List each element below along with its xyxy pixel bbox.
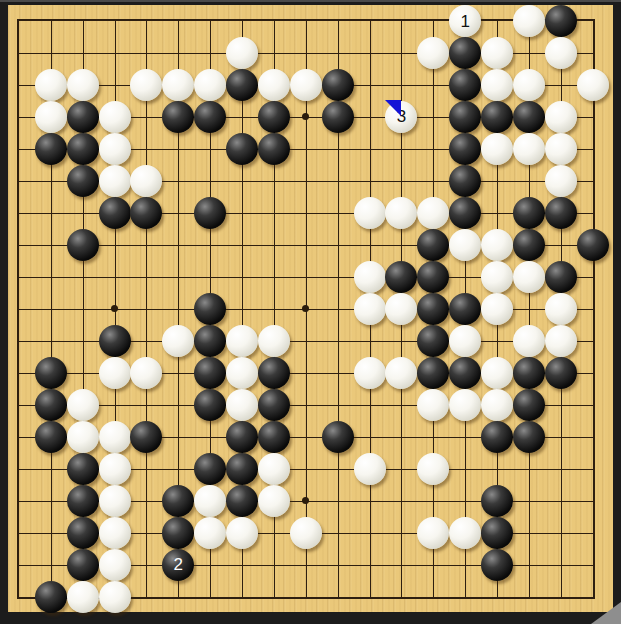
stone-white[interactable] (354, 357, 386, 389)
stone-white[interactable] (290, 69, 322, 101)
stone-white[interactable] (449, 325, 481, 357)
stone-black[interactable] (513, 357, 545, 389)
stone-black[interactable] (35, 389, 67, 421)
stone-black[interactable] (226, 421, 258, 453)
stone-white[interactable] (513, 325, 545, 357)
stone-black[interactable] (417, 293, 449, 325)
stone-black[interactable] (449, 101, 481, 133)
stone-white[interactable] (513, 133, 545, 165)
stone-black[interactable] (226, 133, 258, 165)
stone-black[interactable] (481, 517, 513, 549)
stone-white[interactable] (258, 485, 290, 517)
stone-black[interactable] (67, 101, 99, 133)
stone-black[interactable] (513, 389, 545, 421)
stone-black[interactable] (194, 389, 226, 421)
stone-white[interactable] (513, 69, 545, 101)
stone-black[interactable] (513, 421, 545, 453)
stone-black[interactable] (35, 357, 67, 389)
stone-white[interactable] (577, 69, 609, 101)
stone-black[interactable] (545, 197, 577, 229)
stone-white[interactable] (481, 37, 513, 69)
stone-white[interactable] (481, 133, 513, 165)
stone-white[interactable] (417, 517, 449, 549)
stone-black[interactable] (417, 261, 449, 293)
stone-white[interactable] (545, 101, 577, 133)
stone-black[interactable] (258, 389, 290, 421)
stone-black[interactable] (545, 261, 577, 293)
stone-black[interactable] (67, 165, 99, 197)
stone-black[interactable] (322, 101, 354, 133)
stone-white[interactable] (194, 517, 226, 549)
stone-black[interactable] (545, 357, 577, 389)
stone-black[interactable] (226, 453, 258, 485)
stone-white[interactable] (226, 517, 258, 549)
stone-white[interactable] (99, 485, 131, 517)
stone-black[interactable] (322, 421, 354, 453)
last-move-marker-icon (385, 100, 401, 116)
stone-white[interactable] (67, 421, 99, 453)
stone-black[interactable] (226, 485, 258, 517)
stone-black[interactable] (417, 325, 449, 357)
stone-white[interactable] (99, 357, 131, 389)
stone-white[interactable] (481, 293, 513, 325)
stone-white[interactable] (545, 165, 577, 197)
stone-white[interactable] (513, 261, 545, 293)
stone-white[interactable] (226, 37, 258, 69)
stone-white[interactable] (99, 421, 131, 453)
stone-black[interactable] (449, 133, 481, 165)
stone-black[interactable] (35, 133, 67, 165)
stone-black[interactable] (99, 325, 131, 357)
stone-white[interactable] (258, 325, 290, 357)
stone-black[interactable] (481, 549, 513, 581)
stone-white[interactable] (481, 69, 513, 101)
stone-white[interactable] (258, 453, 290, 485)
stone-white[interactable] (67, 69, 99, 101)
stone-white[interactable] (354, 197, 386, 229)
stone-black[interactable] (481, 485, 513, 517)
stone-black[interactable] (449, 37, 481, 69)
stone-black[interactable] (417, 229, 449, 261)
stone-white[interactable] (226, 325, 258, 357)
stone-white[interactable] (449, 229, 481, 261)
stone-black[interactable] (67, 517, 99, 549)
stone-black[interactable] (513, 101, 545, 133)
stone-white[interactable] (481, 389, 513, 421)
stone-white[interactable] (67, 581, 99, 613)
stone-black[interactable] (513, 197, 545, 229)
stone-white[interactable] (67, 389, 99, 421)
stone-black[interactable] (67, 453, 99, 485)
stone-black[interactable] (194, 197, 226, 229)
stone-white[interactable] (417, 389, 449, 421)
stone-black[interactable] (226, 69, 258, 101)
stone-black[interactable] (35, 421, 67, 453)
stone-black[interactable] (258, 133, 290, 165)
stone-black[interactable] (258, 357, 290, 389)
stone-black[interactable] (67, 229, 99, 261)
stone-black[interactable] (481, 421, 513, 453)
stone-black[interactable] (258, 101, 290, 133)
stone-white[interactable] (481, 229, 513, 261)
stone-white[interactable] (226, 389, 258, 421)
stone-black[interactable] (99, 197, 131, 229)
stone-black[interactable] (67, 133, 99, 165)
stone-white[interactable] (290, 517, 322, 549)
stone-black[interactable] (194, 453, 226, 485)
stone-white[interactable] (449, 517, 481, 549)
stone-black[interactable] (194, 325, 226, 357)
stone-white[interactable] (417, 453, 449, 485)
stone-black[interactable] (513, 229, 545, 261)
stone-white[interactable] (354, 453, 386, 485)
stone-white[interactable] (545, 293, 577, 325)
stone-white[interactable] (545, 37, 577, 69)
stone-black[interactable] (162, 485, 194, 517)
stone-white[interactable] (354, 261, 386, 293)
go-board[interactable]: 123 (8, 5, 613, 612)
stone-black[interactable] (194, 101, 226, 133)
stone-black[interactable] (449, 69, 481, 101)
stone-white[interactable] (545, 133, 577, 165)
stone-black[interactable] (162, 517, 194, 549)
stone-white[interactable] (513, 5, 545, 37)
stone-white[interactable] (385, 357, 417, 389)
stone-white[interactable] (449, 389, 481, 421)
stone-black[interactable] (417, 357, 449, 389)
stone-white[interactable] (35, 101, 67, 133)
stone-white[interactable] (481, 261, 513, 293)
stone-white[interactable] (258, 69, 290, 101)
stone-black[interactable] (577, 229, 609, 261)
stone-white[interactable] (162, 325, 194, 357)
stone-white[interactable] (194, 69, 226, 101)
stone-black[interactable] (258, 421, 290, 453)
stone-white[interactable] (226, 357, 258, 389)
stone-black[interactable] (481, 101, 513, 133)
stone-white[interactable] (99, 453, 131, 485)
frame-top-sheen (0, 0, 621, 2)
stone-black[interactable] (449, 293, 481, 325)
screenshot-root: 123 (0, 0, 621, 624)
stone-black[interactable] (322, 69, 354, 101)
stone-white[interactable] (99, 549, 131, 581)
stone-white[interactable] (35, 69, 67, 101)
stone-black[interactable] (194, 293, 226, 325)
stone-black[interactable] (545, 5, 577, 37)
stone-black[interactable] (194, 357, 226, 389)
stone-white[interactable] (99, 133, 131, 165)
stone-black[interactable] (67, 485, 99, 517)
move-number-label: 1 (449, 5, 481, 37)
stone-white[interactable] (481, 357, 513, 389)
stone-white[interactable] (99, 581, 131, 613)
stone-white[interactable] (354, 293, 386, 325)
stone-white[interactable] (99, 101, 131, 133)
stone-black[interactable] (35, 581, 67, 613)
stone-white[interactable] (99, 165, 131, 197)
move-number-label: 2 (162, 549, 194, 581)
stone-black[interactable] (449, 197, 481, 229)
stone-white[interactable] (194, 485, 226, 517)
stone-white[interactable] (99, 517, 131, 549)
stone-black[interactable] (449, 357, 481, 389)
corner-notch (591, 602, 621, 624)
stone-black[interactable] (449, 165, 481, 197)
stone-black[interactable] (130, 421, 162, 453)
stone-white[interactable] (545, 325, 577, 357)
stone-white[interactable] (417, 197, 449, 229)
stone-black[interactable] (67, 549, 99, 581)
stone-white[interactable] (130, 357, 162, 389)
